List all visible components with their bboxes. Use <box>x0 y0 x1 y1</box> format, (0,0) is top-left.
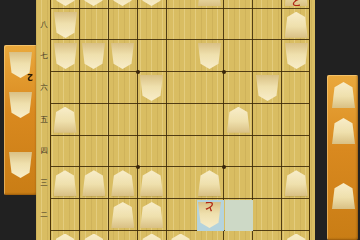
board-piece-19[interactable]: 玉将 <box>54 0 77 6</box>
board-piece-32[interactable]: 王将 <box>111 202 134 228</box>
rank-label-六: 六 <box>38 83 50 93</box>
board-piece-42[interactable]: 銀将 <box>140 202 163 228</box>
rank-label-四: 四 <box>38 146 50 156</box>
rank-label-五: 五 <box>38 115 50 125</box>
board-piece-17[interactable]: 歩兵 <box>54 43 77 69</box>
board-piece-27[interactable]: 歩兵 <box>82 43 105 69</box>
sente-komadai: 歩兵2銀将飛車 <box>4 45 37 195</box>
star-point <box>222 70 226 74</box>
board-piece-75[interactable]: 歩兵 <box>227 107 250 133</box>
star-point <box>136 70 140 74</box>
board-piece-97[interactable]: 歩兵 <box>285 43 308 69</box>
board-piece-86[interactable]: 歩兵 <box>256 75 279 101</box>
board-piece-21[interactable]: 桂馬 <box>82 234 105 240</box>
board-piece-99[interactable]: と <box>285 0 308 6</box>
board-piece-69[interactable]: 成桂 <box>198 0 221 6</box>
rank-label-三: 三 <box>38 178 50 188</box>
shogi-game-screen: 歩兵2銀将飛車 九八七六五四三二一玉将桂馬銀将金将成桂と香車飛車歩兵歩兵歩兵歩兵… <box>0 0 360 240</box>
shogi-board: 九八七六五四三二一玉将桂馬銀将金将成桂と香車飛車歩兵歩兵歩兵歩兵歩兵歩兵歩兵歩兵… <box>36 0 315 240</box>
board-piece-43[interactable]: 歩兵 <box>140 170 163 196</box>
board-piece-49[interactable]: 金将 <box>140 0 163 6</box>
gote-komadai: 角行金将桂馬 <box>327 75 358 240</box>
gote-hand-角行[interactable]: 角行 <box>332 82 355 108</box>
rank-label-二: 二 <box>38 210 50 220</box>
board-piece-37[interactable]: 歩兵 <box>111 43 134 69</box>
board-piece-39[interactable]: 銀将 <box>111 0 134 6</box>
sente-hand-飛車[interactable]: 飛車 <box>9 152 32 178</box>
board-piece-91[interactable]: 香車 <box>285 234 308 240</box>
board-piece-29[interactable]: 桂馬 <box>82 0 105 6</box>
gote-hand-桂馬[interactable]: 桂馬 <box>332 183 355 209</box>
star-point <box>136 165 140 169</box>
board-grid[interactable]: 九八七六五四三二一玉将桂馬銀将金将成桂と香車飛車歩兵歩兵歩兵歩兵歩兵歩兵歩兵歩兵… <box>50 0 310 240</box>
board-piece-23[interactable]: 歩兵 <box>82 170 105 196</box>
gote-hand-金将[interactable]: 金将 <box>332 118 355 144</box>
board-piece-93[interactable]: 歩兵 <box>285 170 308 196</box>
board-piece-46[interactable]: 歩兵 <box>140 75 163 101</box>
board-piece-51[interactable]: 金将 <box>169 234 192 240</box>
board-piece-41[interactable]: 金将 <box>140 234 163 240</box>
board-piece-15[interactable]: 歩兵 <box>54 107 77 133</box>
star-point <box>222 165 226 169</box>
piece-label: と <box>204 207 215 220</box>
board-piece-98[interactable]: 飛車 <box>285 12 308 38</box>
last-move-square-72[interactable] <box>225 200 253 231</box>
board-piece-13[interactable]: 角行 <box>54 170 77 196</box>
piece-label: と <box>291 0 302 1</box>
board-piece-11[interactable]: 香車 <box>54 234 77 240</box>
rank-label-七: 七 <box>38 51 50 61</box>
sente-hand-銀将[interactable]: 銀将 <box>9 92 32 118</box>
sente-hand-count: 2 <box>27 72 33 82</box>
board-piece-63[interactable]: 歩兵 <box>198 170 221 196</box>
board-piece-67[interactable]: 歩兵 <box>198 43 221 69</box>
board-piece-18[interactable]: 香車 <box>54 12 77 38</box>
rank-label-八: 八 <box>38 20 50 30</box>
board-piece-33[interactable]: 歩兵 <box>111 170 134 196</box>
